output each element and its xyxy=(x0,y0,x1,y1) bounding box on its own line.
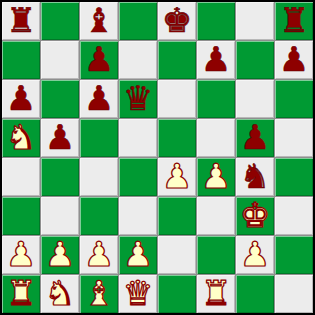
piece-white-knight[interactable]: ♞ xyxy=(6,118,36,156)
square-e7[interactable] xyxy=(158,41,196,79)
square-h3[interactable] xyxy=(275,197,313,235)
square-e1[interactable] xyxy=(158,275,196,313)
square-c7[interactable]: ♟ xyxy=(80,41,118,79)
square-c1[interactable]: ♝ xyxy=(80,275,118,313)
piece-red-knight[interactable]: ♞ xyxy=(240,157,270,195)
square-b8[interactable] xyxy=(41,2,79,40)
piece-red-king[interactable]: ♚ xyxy=(162,1,192,39)
square-f2[interactable] xyxy=(197,236,235,274)
piece-white-pawn[interactable]: ♟ xyxy=(201,157,231,195)
square-d1[interactable]: ♛ xyxy=(119,275,157,313)
square-f1[interactable]: ♜ xyxy=(197,275,235,313)
square-b7[interactable] xyxy=(41,41,79,79)
square-e3[interactable] xyxy=(158,197,196,235)
piece-red-pawn[interactable]: ♟ xyxy=(240,118,270,156)
piece-red-pawn[interactable]: ♟ xyxy=(201,40,231,78)
square-h4[interactable] xyxy=(275,158,313,196)
square-h7[interactable]: ♟ xyxy=(275,41,313,79)
square-f5[interactable] xyxy=(197,119,235,157)
chess-board-frame: ♜♝♚♜♟♟♟♟♟♛♞♟♟♟♟♞♚♟♟♟♟♟♜♞♝♛♜ xyxy=(0,0,315,315)
square-b1[interactable]: ♞ xyxy=(41,275,79,313)
square-c2[interactable]: ♟ xyxy=(80,236,118,274)
square-c4[interactable] xyxy=(80,158,118,196)
square-d2[interactable]: ♟ xyxy=(119,236,157,274)
square-d3[interactable] xyxy=(119,197,157,235)
square-g2[interactable]: ♟ xyxy=(236,236,274,274)
square-a7[interactable] xyxy=(2,41,40,79)
square-a4[interactable] xyxy=(2,158,40,196)
piece-white-pawn[interactable]: ♟ xyxy=(45,235,75,273)
square-f6[interactable] xyxy=(197,80,235,118)
square-b6[interactable] xyxy=(41,80,79,118)
piece-white-rook[interactable]: ♜ xyxy=(6,274,36,312)
square-c6[interactable]: ♟ xyxy=(80,80,118,118)
piece-red-queen[interactable]: ♛ xyxy=(123,79,153,117)
square-h5[interactable] xyxy=(275,119,313,157)
square-d8[interactable] xyxy=(119,2,157,40)
piece-white-pawn[interactable]: ♟ xyxy=(123,235,153,273)
square-c3[interactable] xyxy=(80,197,118,235)
square-b2[interactable]: ♟ xyxy=(41,236,79,274)
chess-board: ♜♝♚♜♟♟♟♟♟♛♞♟♟♟♟♞♚♟♟♟♟♟♜♞♝♛♜ xyxy=(2,2,313,313)
square-h8[interactable]: ♜ xyxy=(275,2,313,40)
square-a8[interactable]: ♜ xyxy=(2,2,40,40)
piece-red-pawn[interactable]: ♟ xyxy=(279,40,309,78)
square-h6[interactable] xyxy=(275,80,313,118)
square-b5[interactable]: ♟ xyxy=(41,119,79,157)
piece-red-pawn[interactable]: ♟ xyxy=(6,79,36,117)
square-g4[interactable]: ♞ xyxy=(236,158,274,196)
square-e5[interactable] xyxy=(158,119,196,157)
piece-white-queen[interactable]: ♛ xyxy=(123,274,153,312)
square-e8[interactable]: ♚ xyxy=(158,2,196,40)
square-d4[interactable] xyxy=(119,158,157,196)
square-a1[interactable]: ♜ xyxy=(2,275,40,313)
piece-red-pawn[interactable]: ♟ xyxy=(84,79,114,117)
square-d5[interactable] xyxy=(119,119,157,157)
square-g1[interactable] xyxy=(236,275,274,313)
piece-white-bishop[interactable]: ♝ xyxy=(84,274,114,312)
piece-red-pawn[interactable]: ♟ xyxy=(45,118,75,156)
piece-white-pawn[interactable]: ♟ xyxy=(240,235,270,273)
square-c5[interactable] xyxy=(80,119,118,157)
piece-white-king[interactable]: ♚ xyxy=(240,196,270,234)
piece-white-pawn[interactable]: ♟ xyxy=(84,235,114,273)
piece-white-pawn[interactable]: ♟ xyxy=(162,157,192,195)
square-f3[interactable] xyxy=(197,197,235,235)
square-a2[interactable]: ♟ xyxy=(2,236,40,274)
piece-white-rook[interactable]: ♜ xyxy=(201,274,231,312)
square-e4[interactable]: ♟ xyxy=(158,158,196,196)
square-e6[interactable] xyxy=(158,80,196,118)
square-f4[interactable]: ♟ xyxy=(197,158,235,196)
square-h1[interactable] xyxy=(275,275,313,313)
square-a5[interactable]: ♞ xyxy=(2,119,40,157)
square-a3[interactable] xyxy=(2,197,40,235)
piece-red-rook[interactable]: ♜ xyxy=(279,1,309,39)
square-g6[interactable] xyxy=(236,80,274,118)
square-f8[interactable] xyxy=(197,2,235,40)
piece-red-pawn[interactable]: ♟ xyxy=(84,40,114,78)
square-g5[interactable]: ♟ xyxy=(236,119,274,157)
square-b3[interactable] xyxy=(41,197,79,235)
piece-white-knight[interactable]: ♞ xyxy=(45,274,75,312)
square-e2[interactable] xyxy=(158,236,196,274)
square-g7[interactable] xyxy=(236,41,274,79)
piece-red-bishop[interactable]: ♝ xyxy=(84,1,114,39)
square-a6[interactable]: ♟ xyxy=(2,80,40,118)
square-d6[interactable]: ♛ xyxy=(119,80,157,118)
square-h2[interactable] xyxy=(275,236,313,274)
square-f7[interactable]: ♟ xyxy=(197,41,235,79)
square-d7[interactable] xyxy=(119,41,157,79)
square-g3[interactable]: ♚ xyxy=(236,197,274,235)
square-b4[interactable] xyxy=(41,158,79,196)
piece-red-rook[interactable]: ♜ xyxy=(6,1,36,39)
piece-white-pawn[interactable]: ♟ xyxy=(6,235,36,273)
square-g8[interactable] xyxy=(236,2,274,40)
square-c8[interactable]: ♝ xyxy=(80,2,118,40)
